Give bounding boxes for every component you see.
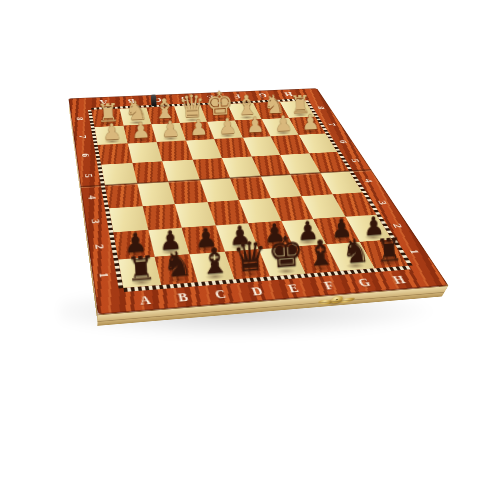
board-tilt: ♜♞♝♛♚♝♞♜♟♟♟♟♟♟♟♟♟♟♟♟♟♟♟♟♜♞♝♛♚♝♞♜ ABCDEFG… <box>69 88 449 314</box>
dark-queen-d1: ♛ <box>232 235 269 278</box>
light-pawn-d7: ♟ <box>189 117 209 139</box>
square-a5 <box>101 163 137 186</box>
square-a4 <box>105 183 142 207</box>
square-g4 <box>290 173 332 196</box>
dark-bishop-c1: ♝ <box>198 242 231 280</box>
square-f4 <box>260 174 301 197</box>
square-b1: ♞ <box>154 254 198 285</box>
square-d5 <box>192 158 230 180</box>
square-a7: ♟ <box>94 125 127 144</box>
rank-label-left-4: 4 <box>75 189 110 205</box>
dark-bishop-f1: ♝ <box>305 235 337 272</box>
light-pawn-e7: ♟ <box>218 115 238 137</box>
light-pawn-h7: ♟ <box>301 112 320 134</box>
light-pawn-c7: ♟ <box>160 118 180 140</box>
square-c4 <box>168 180 207 204</box>
dark-rook-h1: ♜ <box>376 234 404 267</box>
dark-knight-b1: ♞ <box>162 246 194 283</box>
square-a1: ♜ <box>118 256 161 288</box>
light-pawn-b7: ♟ <box>131 119 151 142</box>
photo-background: ♜♞♝♛♚♝♞♜♟♟♟♟♟♟♟♟♟♟♟♟♟♟♟♟♜♞♝♛♚♝♞♜ ABCDEFG… <box>0 0 500 500</box>
rank-label-left-8: 8 <box>65 113 95 125</box>
rank-label-left-6: 6 <box>70 148 102 162</box>
square-b4 <box>137 182 175 206</box>
dark-king-e1: ♚ <box>267 230 305 275</box>
brass-clasp-icon <box>317 294 357 306</box>
light-pawn-a7: ♟ <box>102 121 122 144</box>
square-c1: ♝ <box>189 251 234 282</box>
light-pawn-g7: ♟ <box>274 113 293 135</box>
dark-rook-a1: ♜ <box>126 251 156 286</box>
light-pawn-f7: ♟ <box>246 114 265 136</box>
board-perspective: ♜♞♝♛♚♝♞♜♟♟♟♟♟♟♟♟♟♟♟♟♟♟♟♟♜♞♝♛♚♝♞♜ ABCDEFG… <box>80 28 380 328</box>
square-a6 <box>98 143 132 164</box>
chess-board: ♜♞♝♛♚♝♞♜♟♟♟♟♟♟♟♟♟♟♟♟♟♟♟♟♜♞♝♛♚♝♞♜ ABCDEFG… <box>69 88 449 314</box>
dark-knight-g1: ♞ <box>340 234 370 269</box>
square-d4 <box>199 178 239 202</box>
board-squares: ♜♞♝♛♚♝♞♜♟♟♟♟♟♟♟♟♟♟♟♟♟♟♟♟♜♞♝♛♚♝♞♜ <box>91 100 408 288</box>
